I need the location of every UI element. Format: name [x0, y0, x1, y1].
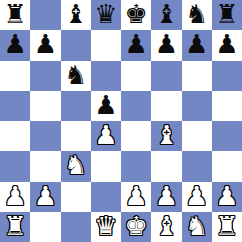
piece-white-pawn[interactable]: ♟ — [3, 183, 26, 209]
piece-black-pawn[interactable]: ♟ — [185, 31, 208, 57]
square-g5[interactable] — [182, 91, 212, 121]
piece-black-knight[interactable]: ♞ — [185, 1, 208, 27]
square-a1[interactable]: ♜ — [0, 212, 30, 242]
square-b5[interactable] — [30, 91, 60, 121]
square-f3[interactable] — [151, 151, 181, 181]
square-f2[interactable]: ♟ — [151, 182, 181, 212]
piece-white-pawn[interactable]: ♟ — [185, 183, 208, 209]
square-c5[interactable] — [61, 91, 91, 121]
square-e1[interactable]: ♚ — [121, 212, 151, 242]
square-h1[interactable]: ♜ — [212, 212, 242, 242]
piece-white-pawn[interactable]: ♟ — [34, 183, 57, 209]
square-d3[interactable] — [91, 151, 121, 181]
square-g2[interactable]: ♟ — [182, 182, 212, 212]
square-e5[interactable] — [121, 91, 151, 121]
square-f8[interactable]: ♝ — [151, 0, 181, 30]
square-d2[interactable] — [91, 182, 121, 212]
square-d7[interactable] — [91, 30, 121, 60]
square-c6[interactable]: ♞ — [61, 61, 91, 91]
square-d6[interactable] — [91, 61, 121, 91]
square-c3[interactable]: ♞ — [61, 151, 91, 181]
piece-white-queen[interactable]: ♛ — [94, 213, 117, 239]
square-e4[interactable] — [121, 121, 151, 151]
piece-black-queen[interactable]: ♛ — [94, 1, 117, 27]
piece-white-knight[interactable]: ♞ — [185, 213, 208, 239]
square-f5[interactable] — [151, 91, 181, 121]
piece-black-bishop[interactable]: ♝ — [155, 1, 178, 27]
square-d4[interactable]: ♟ — [91, 121, 121, 151]
piece-white-pawn[interactable]: ♟ — [124, 183, 147, 209]
piece-black-bishop[interactable]: ♝ — [64, 1, 87, 27]
square-a8[interactable]: ♜ — [0, 0, 30, 30]
square-a5[interactable] — [0, 91, 30, 121]
square-g1[interactable]: ♞ — [182, 212, 212, 242]
square-a6[interactable] — [0, 61, 30, 91]
square-b8[interactable] — [30, 0, 60, 30]
square-a2[interactable]: ♟ — [0, 182, 30, 212]
piece-white-king[interactable]: ♚ — [124, 213, 147, 239]
square-e8[interactable]: ♚ — [121, 0, 151, 30]
square-h4[interactable] — [212, 121, 242, 151]
square-h2[interactable]: ♟ — [212, 182, 242, 212]
square-d5[interactable]: ♟ — [91, 91, 121, 121]
square-h5[interactable] — [212, 91, 242, 121]
square-b6[interactable] — [30, 61, 60, 91]
square-g8[interactable]: ♞ — [182, 0, 212, 30]
square-b3[interactable] — [30, 151, 60, 181]
square-e2[interactable]: ♟ — [121, 182, 151, 212]
piece-white-rook[interactable]: ♜ — [3, 213, 26, 239]
piece-white-pawn[interactable]: ♟ — [215, 183, 238, 209]
square-g7[interactable]: ♟ — [182, 30, 212, 60]
piece-black-pawn[interactable]: ♟ — [3, 31, 26, 57]
square-c4[interactable] — [61, 121, 91, 151]
piece-white-bishop[interactable]: ♝ — [155, 122, 178, 148]
piece-black-knight[interactable]: ♞ — [64, 62, 87, 88]
square-e3[interactable] — [121, 151, 151, 181]
piece-black-rook[interactable]: ♜ — [3, 1, 26, 27]
square-b2[interactable]: ♟ — [30, 182, 60, 212]
square-a3[interactable] — [0, 151, 30, 181]
square-a4[interactable] — [0, 121, 30, 151]
square-c8[interactable]: ♝ — [61, 0, 91, 30]
piece-white-pawn[interactable]: ♟ — [94, 122, 117, 148]
square-b7[interactable]: ♟ — [30, 30, 60, 60]
square-g3[interactable] — [182, 151, 212, 181]
piece-black-pawn[interactable]: ♟ — [94, 92, 117, 118]
piece-black-pawn[interactable]: ♟ — [34, 31, 57, 57]
piece-black-king[interactable]: ♚ — [124, 1, 147, 27]
square-c7[interactable] — [61, 30, 91, 60]
square-d8[interactable]: ♛ — [91, 0, 121, 30]
square-e7[interactable]: ♟ — [121, 30, 151, 60]
chess-board: ♜♝♛♚♝♞♜♟♟♟♟♟♟♞♟♟♝♞♟♟♟♟♟♟♜♛♚♝♞♜ — [0, 0, 242, 242]
piece-white-bishop[interactable]: ♝ — [155, 213, 178, 239]
square-a7[interactable]: ♟ — [0, 30, 30, 60]
piece-black-rook[interactable]: ♜ — [215, 1, 238, 27]
square-g4[interactable] — [182, 121, 212, 151]
piece-white-rook[interactable]: ♜ — [215, 213, 238, 239]
piece-white-knight[interactable]: ♞ — [64, 152, 87, 178]
square-g6[interactable] — [182, 61, 212, 91]
square-h7[interactable]: ♟ — [212, 30, 242, 60]
square-c2[interactable] — [61, 182, 91, 212]
square-f4[interactable]: ♝ — [151, 121, 181, 151]
square-c1[interactable] — [61, 212, 91, 242]
piece-white-pawn[interactable]: ♟ — [155, 183, 178, 209]
square-h3[interactable] — [212, 151, 242, 181]
piece-black-pawn[interactable]: ♟ — [155, 31, 178, 57]
square-h8[interactable]: ♜ — [212, 0, 242, 30]
piece-black-pawn[interactable]: ♟ — [124, 31, 147, 57]
square-e6[interactable] — [121, 61, 151, 91]
square-b1[interactable] — [30, 212, 60, 242]
square-b4[interactable] — [30, 121, 60, 151]
square-f1[interactable]: ♝ — [151, 212, 181, 242]
square-f6[interactable] — [151, 61, 181, 91]
square-h6[interactable] — [212, 61, 242, 91]
square-f7[interactable]: ♟ — [151, 30, 181, 60]
square-d1[interactable]: ♛ — [91, 212, 121, 242]
piece-black-pawn[interactable]: ♟ — [215, 31, 238, 57]
